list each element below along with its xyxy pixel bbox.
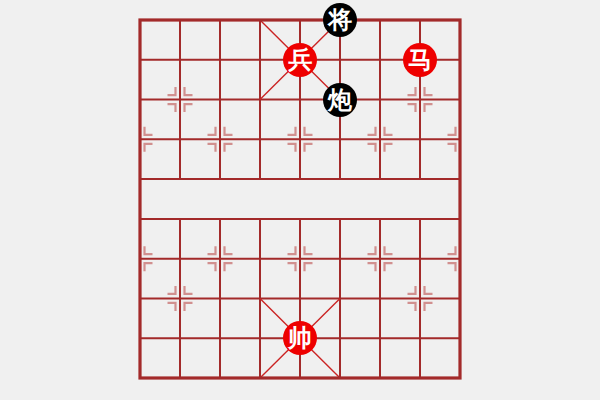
intersection-f7-r1: 马 (400, 40, 440, 80)
piece-black-cannon[interactable]: 炮 (323, 83, 357, 117)
piece-red-horse[interactable]: 马 (403, 43, 437, 77)
piece-red-general[interactable]: 帅 (283, 321, 317, 355)
piece-glyph: 马 (408, 48, 432, 72)
piece-glyph: 炮 (328, 88, 352, 112)
intersection-f5-r0: 将 (320, 0, 360, 40)
xiangqi-board[interactable]: 将兵马炮帅 (140, 20, 460, 378)
intersection-f4-r1: 兵 (280, 40, 320, 80)
app-background: 将兵马炮帅 (0, 0, 600, 400)
piece-red-soldier[interactable]: 兵 (283, 43, 317, 77)
piece-glyph: 帅 (288, 326, 312, 350)
piece-glyph: 兵 (288, 48, 312, 72)
intersection-f5-r2: 炮 (320, 80, 360, 120)
intersection-f4-r8: 帅 (280, 318, 320, 358)
pieces-layer: 将兵马炮帅 (120, 0, 480, 398)
piece-glyph: 将 (328, 8, 352, 32)
piece-black-general[interactable]: 将 (323, 3, 357, 37)
